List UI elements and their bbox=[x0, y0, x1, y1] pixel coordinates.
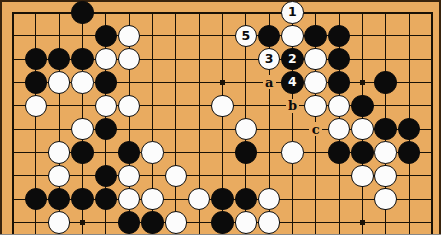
stone-black-D13[interactable] bbox=[71, 141, 94, 164]
point-label-a[interactable]: a bbox=[263, 75, 276, 89]
stone-black-D17[interactable] bbox=[71, 48, 94, 71]
stone-white-O17[interactable] bbox=[304, 48, 327, 71]
stone-white-G11[interactable] bbox=[141, 188, 164, 211]
stone-white-N13[interactable] bbox=[281, 141, 304, 164]
move-number-label: 2 bbox=[288, 53, 297, 66]
stone-white-C16[interactable] bbox=[48, 71, 71, 94]
stone-white-L14[interactable] bbox=[235, 118, 258, 141]
point-label-c[interactable]: c bbox=[309, 122, 322, 136]
stone-black-P17[interactable] bbox=[328, 48, 351, 71]
stone-black-B16[interactable] bbox=[25, 71, 48, 94]
stone-white-O15[interactable] bbox=[304, 95, 327, 118]
stone-black-L13[interactable] bbox=[235, 141, 258, 164]
stone-black-S13[interactable] bbox=[398, 141, 421, 164]
stone-black-B11[interactable] bbox=[25, 188, 48, 211]
stone-black-P18[interactable] bbox=[328, 25, 351, 48]
stone-black-C11[interactable] bbox=[48, 188, 71, 211]
stone-black-N17[interactable]: 2 bbox=[281, 48, 304, 71]
stone-black-P16[interactable] bbox=[328, 71, 351, 94]
stone-white-H10[interactable] bbox=[165, 211, 188, 234]
stone-black-O18[interactable] bbox=[304, 25, 327, 48]
board-outer-edge-left bbox=[0, 0, 2, 234]
stone-white-F11[interactable] bbox=[118, 188, 141, 211]
stone-white-O16[interactable] bbox=[304, 71, 327, 94]
stone-white-R13[interactable] bbox=[374, 141, 397, 164]
stone-white-B15[interactable] bbox=[25, 95, 48, 118]
move-number-label: 5 bbox=[241, 30, 250, 43]
stone-black-K11[interactable] bbox=[211, 188, 234, 211]
stone-black-M18[interactable] bbox=[258, 25, 281, 48]
stone-white-F18[interactable] bbox=[118, 25, 141, 48]
stone-white-M11[interactable] bbox=[258, 188, 281, 211]
stone-black-G10[interactable] bbox=[141, 211, 164, 234]
point-label-b[interactable]: b bbox=[286, 99, 299, 113]
stone-white-H12[interactable] bbox=[165, 165, 188, 188]
stone-black-P13[interactable] bbox=[328, 141, 351, 164]
grid-line-vertical bbox=[175, 12, 176, 235]
point-label-text: b bbox=[288, 99, 297, 112]
stone-white-D14[interactable] bbox=[71, 118, 94, 141]
stone-black-D19[interactable] bbox=[71, 1, 94, 24]
stone-white-P15[interactable] bbox=[328, 95, 351, 118]
move-number-label: 3 bbox=[265, 53, 274, 66]
stone-white-P14[interactable] bbox=[328, 118, 351, 141]
stone-white-R12[interactable] bbox=[374, 165, 397, 188]
stone-white-R11[interactable] bbox=[374, 188, 397, 211]
stone-black-E14[interactable] bbox=[95, 118, 118, 141]
stone-black-E11[interactable] bbox=[95, 188, 118, 211]
stone-white-C12[interactable] bbox=[48, 165, 71, 188]
grid-line-vertical bbox=[12, 12, 14, 235]
stone-white-F15[interactable] bbox=[118, 95, 141, 118]
star-point-Q16 bbox=[360, 80, 365, 85]
stone-black-Q15[interactable] bbox=[351, 95, 374, 118]
stone-black-N16[interactable]: 4 bbox=[281, 71, 304, 94]
stone-white-N19[interactable]: 1 bbox=[281, 1, 304, 24]
stone-black-L11[interactable] bbox=[235, 188, 258, 211]
stone-white-E17[interactable] bbox=[95, 48, 118, 71]
stone-white-F17[interactable] bbox=[118, 48, 141, 71]
stone-black-D11[interactable] bbox=[71, 188, 94, 211]
board-outer-edge-top bbox=[0, 0, 441, 2]
star-point-Q10 bbox=[360, 220, 365, 225]
move-number-label: 1 bbox=[288, 6, 297, 19]
move-number-label: 4 bbox=[288, 76, 297, 89]
stone-white-L18[interactable]: 5 bbox=[235, 25, 258, 48]
stone-black-Q13[interactable] bbox=[351, 141, 374, 164]
stone-black-R16[interactable] bbox=[374, 71, 397, 94]
stone-black-R14[interactable] bbox=[374, 118, 397, 141]
stone-black-B17[interactable] bbox=[25, 48, 48, 71]
stone-black-E16[interactable] bbox=[95, 71, 118, 94]
stone-black-F10[interactable] bbox=[118, 211, 141, 234]
stone-white-M17[interactable]: 3 bbox=[258, 48, 281, 71]
point-label-text: a bbox=[265, 76, 273, 89]
stone-white-C10[interactable] bbox=[48, 211, 71, 234]
stone-black-E12[interactable] bbox=[95, 165, 118, 188]
stone-white-E15[interactable] bbox=[95, 95, 118, 118]
go-diagram: 15324abc bbox=[0, 0, 441, 234]
stone-white-F12[interactable] bbox=[118, 165, 141, 188]
stone-white-K15[interactable] bbox=[211, 95, 234, 118]
stone-white-Q14[interactable] bbox=[351, 118, 374, 141]
grid-line-vertical bbox=[431, 12, 433, 235]
star-point-D10 bbox=[80, 220, 85, 225]
stone-black-K10[interactable] bbox=[211, 211, 234, 234]
star-point-K16 bbox=[220, 80, 225, 85]
stone-black-S14[interactable] bbox=[398, 118, 421, 141]
grid-line-horizontal bbox=[12, 35, 434, 36]
stone-white-L10[interactable] bbox=[235, 211, 258, 234]
stone-white-D16[interactable] bbox=[71, 71, 94, 94]
stone-white-M10[interactable] bbox=[258, 211, 281, 234]
stone-black-F13[interactable] bbox=[118, 141, 141, 164]
stone-white-C13[interactable] bbox=[48, 141, 71, 164]
stone-white-J11[interactable] bbox=[188, 188, 211, 211]
stone-white-G13[interactable] bbox=[141, 141, 164, 164]
stone-black-C17[interactable] bbox=[48, 48, 71, 71]
point-label-text: c bbox=[312, 123, 320, 136]
stone-white-Q12[interactable] bbox=[351, 165, 374, 188]
stone-black-E18[interactable] bbox=[95, 25, 118, 48]
stone-white-N18[interactable] bbox=[281, 25, 304, 48]
